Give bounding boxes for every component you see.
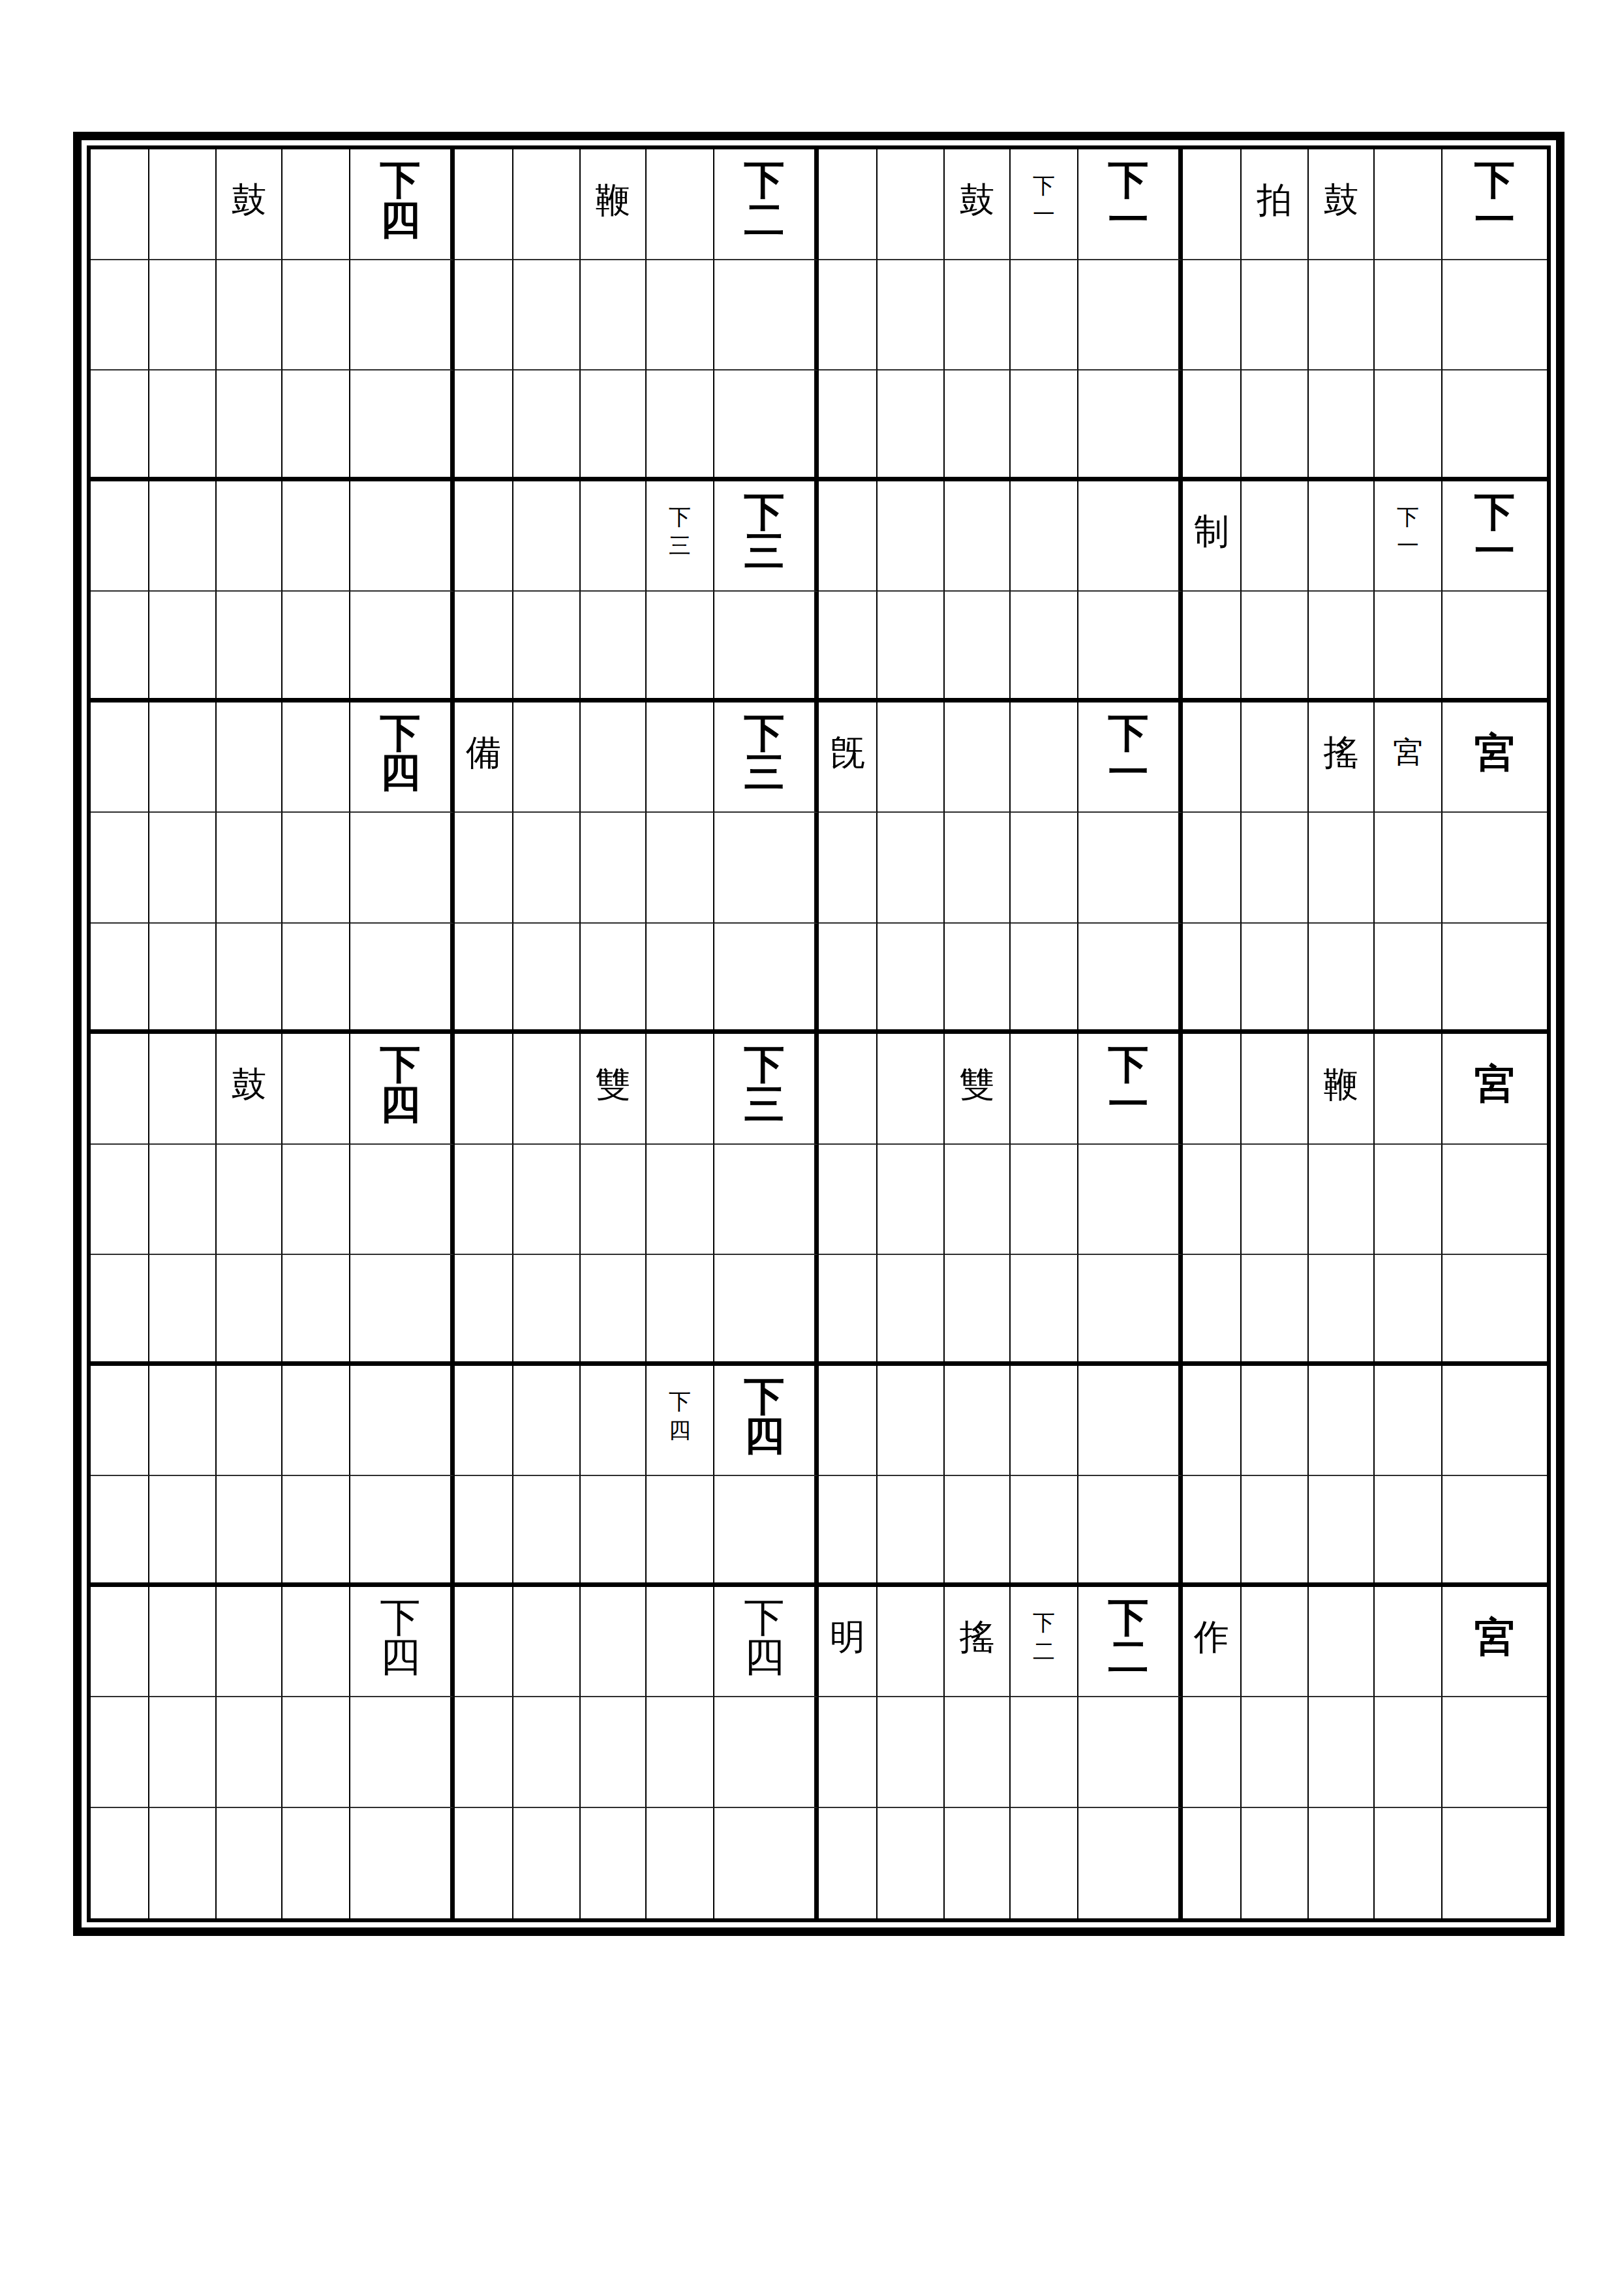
jeonggan-cell-r8-c4-drum xyxy=(1309,924,1375,1035)
jeonggan-cell-r6-c3-pitch: 下一 xyxy=(1078,702,1183,813)
jeonggan-cell-r5-c1-pak xyxy=(149,592,217,702)
jeonggan-cell-r9-c2-pak xyxy=(513,1034,581,1145)
jeonggan-cell-r9-c4-ornament xyxy=(1375,1034,1442,1145)
jeonggan-cell-r15-c1-drum xyxy=(217,1697,282,1808)
jeonggan-cell-r14-c2-pitch: 下四 xyxy=(714,1587,819,1698)
jeonggan-cell-r12-c3-lyric xyxy=(819,1366,878,1477)
jeonggan-cell-r1-c2-pitch: 下二 xyxy=(714,149,819,260)
jeonggan-cell-r11-c3-pak xyxy=(878,1255,945,1366)
pitch-glyph: 下一 xyxy=(1474,492,1515,572)
jeonggan-cell-r10-c4-pak xyxy=(1242,1145,1309,1256)
ornament-glyph: 下一 xyxy=(1033,172,1055,229)
jeonggan-cell-r16-c4-pitch xyxy=(1442,1808,1547,1919)
jeonggan-cell-r11-c3-lyric xyxy=(819,1255,878,1366)
drum-glyph: 鼓 xyxy=(1324,183,1359,218)
jeonggan-cell-r14-c3-drum: 搖 xyxy=(945,1587,1011,1698)
jeonggan-cell-r2-c4-pak xyxy=(1242,260,1309,371)
jeonggan-cell-r1-c4-pitch: 下一 xyxy=(1442,149,1547,260)
jeonggan-cell-r10-c1-drum xyxy=(217,1145,282,1256)
jeonggan-cell-r4-c3-drum xyxy=(945,481,1011,592)
jeonggan-cell-r6-c2-ornament xyxy=(647,702,714,813)
jeonggan-cell-r7-c1-drum xyxy=(217,813,282,924)
jeonggan-cell-r12-c2-drum xyxy=(581,1366,647,1477)
jeonggan-cell-r2-c2-lyric xyxy=(455,260,513,371)
jeonggan-cell-r6-c3-drum xyxy=(945,702,1011,813)
pitch-glyph: 下四 xyxy=(380,160,421,240)
jeonggan-cell-r9-c2-drum: 雙 xyxy=(581,1034,647,1145)
jeonggan-cell-r9-c3-ornament xyxy=(1011,1034,1078,1145)
jeonggan-cell-r4-c3-ornament xyxy=(1011,481,1078,592)
jeonggan-cell-r10-c4-ornament xyxy=(1375,1145,1442,1256)
jeonggan-cell-r7-c3-lyric xyxy=(819,813,878,924)
jeonggan-cell-r15-c4-drum xyxy=(1309,1697,1375,1808)
jeonggan-cell-r14-c1-pitch: 下四 xyxy=(350,1587,455,1698)
jeonggan-cell-r15-c2-pak xyxy=(513,1697,581,1808)
jeonggan-cell-r14-c2-pak xyxy=(513,1587,581,1698)
jeonggan-cell-r16-c2-lyric xyxy=(455,1808,513,1919)
jeonggan-cell-r1-c2-pak xyxy=(513,149,581,260)
jeonggan-cell-r10-c3-pitch xyxy=(1078,1145,1183,1256)
jeonggan-cell-r1-c3-pak xyxy=(878,149,945,260)
jeonggan-cell-r16-c2-pitch xyxy=(714,1808,819,1919)
jeonggan-cell-r15-c4-lyric xyxy=(1183,1697,1242,1808)
jeonggan-cell-r3-c3-ornament xyxy=(1011,370,1078,481)
jeongganbo-grid: 鼓下四鞭下二鼓下一下一拍鼓下一下三下三制下一下一下四備下三旣下一搖宮宮鼓下四雙下… xyxy=(91,149,1547,1918)
jeonggan-cell-r7-c3-drum xyxy=(945,813,1011,924)
jeonggan-cell-r6-c2-pak xyxy=(513,702,581,813)
jeonggan-cell-r15-c3-lyric xyxy=(819,1697,878,1808)
jeonggan-cell-r12-c2-pak xyxy=(513,1366,581,1477)
jeonggan-cell-r9-c1-lyric xyxy=(91,1034,149,1145)
jeonggan-cell-r12-c1-pitch xyxy=(350,1366,455,1477)
jeonggan-cell-r14-c4-pak xyxy=(1242,1587,1309,1698)
jeonggan-cell-r2-c2-pitch xyxy=(714,260,819,371)
jeonggan-cell-r12-c2-lyric xyxy=(455,1366,513,1477)
jeonggan-cell-r4-c1-drum xyxy=(217,481,282,592)
jeonggan-cell-r10-c4-drum xyxy=(1309,1145,1375,1256)
jeonggan-cell-r1-c1-pitch: 下四 xyxy=(350,149,455,260)
jeonggan-cell-r7-c1-pitch xyxy=(350,813,455,924)
jeonggan-cell-r13-c2-drum xyxy=(581,1476,647,1587)
jeonggan-cell-r12-c4-pak xyxy=(1242,1366,1309,1477)
jeonggan-cell-r13-c1-pitch xyxy=(350,1476,455,1587)
jeonggan-cell-r8-c3-pak xyxy=(878,924,945,1035)
jeonggan-cell-r8-c3-ornament xyxy=(1011,924,1078,1035)
jeonggan-cell-r11-c3-ornament xyxy=(1011,1255,1078,1366)
jeonggan-cell-r6-c4-drum: 搖 xyxy=(1309,702,1375,813)
jeonggan-cell-r5-c3-pitch xyxy=(1078,592,1183,702)
jeonggan-cell-r11-c4-pitch xyxy=(1442,1255,1547,1366)
jeonggan-cell-r9-c1-ornament xyxy=(282,1034,350,1145)
jeonggan-cell-r16-c1-ornament xyxy=(282,1808,350,1919)
jeonggan-cell-r2-c4-drum xyxy=(1309,260,1375,371)
jeonggan-cell-r15-c1-pak xyxy=(149,1697,217,1808)
jeonggan-cell-r2-c2-ornament xyxy=(647,260,714,371)
jeonggan-cell-r1-c3-drum: 鼓 xyxy=(945,149,1011,260)
jeonggan-cell-r8-c2-ornament xyxy=(647,924,714,1035)
jeonggan-cell-r3-c1-lyric xyxy=(91,370,149,481)
jeonggan-cell-r16-c1-pak xyxy=(149,1808,217,1919)
jeonggan-cell-r11-c4-ornament xyxy=(1375,1255,1442,1366)
jeonggan-cell-r7-c2-drum xyxy=(581,813,647,924)
jeonggan-cell-r1-c4-pak: 拍 xyxy=(1242,149,1309,260)
jeonggan-cell-r7-c1-pak xyxy=(149,813,217,924)
jeonggan-cell-r14-c1-ornament xyxy=(282,1587,350,1698)
jeonggan-cell-r2-c1-lyric xyxy=(91,260,149,371)
jeonggan-cell-r13-c2-pitch xyxy=(714,1476,819,1587)
jeonggan-cell-r5-c4-pak xyxy=(1242,592,1309,702)
lyric-glyph: 備 xyxy=(466,735,501,770)
jeonggan-cell-r11-c2-pak xyxy=(513,1255,581,1366)
jeonggan-cell-r9-c2-pitch: 下三 xyxy=(714,1034,819,1145)
jeonggan-cell-r16-c4-lyric xyxy=(1183,1808,1242,1919)
jeonggan-cell-r9-c4-pak xyxy=(1242,1034,1309,1145)
jeonggan-cell-r5-c2-pak xyxy=(513,592,581,702)
jeonggan-cell-r10-c4-lyric xyxy=(1183,1145,1242,1256)
jeonggan-cell-r8-c2-drum xyxy=(581,924,647,1035)
jeonggan-cell-r9-c3-drum: 雙 xyxy=(945,1034,1011,1145)
jeonggan-cell-r3-c1-pak xyxy=(149,370,217,481)
jeonggan-cell-r9-c1-drum: 鼓 xyxy=(217,1034,282,1145)
ornament-glyph: 下一 xyxy=(1397,503,1419,560)
lyric-glyph: 明 xyxy=(830,1620,865,1655)
jeonggan-cell-r7-c4-pitch xyxy=(1442,813,1547,924)
jeonggan-cell-r2-c3-pak xyxy=(878,260,945,371)
jeonggan-cell-r2-c2-drum xyxy=(581,260,647,371)
jeonggan-cell-r9-c3-pitch: 下一 xyxy=(1078,1034,1183,1145)
jeonggan-cell-r10-c1-ornament xyxy=(282,1145,350,1256)
jeonggan-cell-r7-c3-pak xyxy=(878,813,945,924)
jeonggan-cell-r11-c3-pitch xyxy=(1078,1255,1183,1366)
jeonggan-cell-r16-c3-lyric xyxy=(819,1808,878,1919)
jeonggan-cell-r4-c4-lyric: 制 xyxy=(1183,481,1242,592)
jeonggan-cell-r15-c4-pitch xyxy=(1442,1697,1547,1808)
jeonggan-cell-r1-c4-drum: 鼓 xyxy=(1309,149,1375,260)
jeonggan-cell-r14-c1-pak xyxy=(149,1587,217,1698)
jeonggan-cell-r13-c3-drum xyxy=(945,1476,1011,1587)
jeonggan-cell-r3-c3-drum xyxy=(945,370,1011,481)
jeonggan-cell-r11-c1-drum xyxy=(217,1255,282,1366)
jeonggan-cell-r13-c1-ornament xyxy=(282,1476,350,1587)
jeonggan-cell-r5-c3-pak xyxy=(878,592,945,702)
pitch-glyph: 下一 xyxy=(1108,1045,1149,1125)
jeonggan-cell-r4-c1-pitch xyxy=(350,481,455,592)
jeonggan-cell-r11-c2-lyric xyxy=(455,1255,513,1366)
jeonggan-cell-r9-c2-ornament xyxy=(647,1034,714,1145)
jeonggan-cell-r6-c4-pak xyxy=(1242,702,1309,813)
drum-glyph: 鞭 xyxy=(1324,1067,1359,1102)
jeonggan-cell-r15-c1-pitch xyxy=(350,1697,455,1808)
jeonggan-cell-r5-c4-ornament xyxy=(1375,592,1442,702)
jeonggan-cell-r11-c1-ornament xyxy=(282,1255,350,1366)
jeonggan-cell-r5-c4-lyric xyxy=(1183,592,1242,702)
jeonggan-cell-r16-c2-drum xyxy=(581,1808,647,1919)
drum-glyph: 鞭 xyxy=(596,183,631,218)
jeonggan-cell-r7-c4-drum xyxy=(1309,813,1375,924)
jeonggan-cell-r4-c4-drum xyxy=(1309,481,1375,592)
jeonggan-cell-r9-c1-pak xyxy=(149,1034,217,1145)
jeonggan-cell-r8-c3-drum xyxy=(945,924,1011,1035)
jeonggan-cell-r3-c3-pitch xyxy=(1078,370,1183,481)
pitch-glyph: 下四 xyxy=(380,1598,421,1678)
jeonggan-cell-r8-c1-ornament xyxy=(282,924,350,1035)
jeonggan-cell-r12-c1-lyric xyxy=(91,1366,149,1477)
drum-glyph: 搖 xyxy=(1324,735,1359,770)
lyric-glyph: 旣 xyxy=(830,735,865,770)
jeonggan-cell-r14-c4-ornament xyxy=(1375,1587,1442,1698)
jeonggan-cell-r3-c2-pitch xyxy=(714,370,819,481)
drum-glyph: 雙 xyxy=(596,1067,631,1102)
jeonggan-cell-r4-c2-drum xyxy=(581,481,647,592)
jeonggan-cell-r13-c3-pak xyxy=(878,1476,945,1587)
jeonggan-cell-r13-c2-pak xyxy=(513,1476,581,1587)
pitch-glyph: 下二 xyxy=(744,160,785,240)
jeonggan-cell-r1-c3-ornament: 下一 xyxy=(1011,149,1078,260)
jeonggan-cell-r15-c4-ornament xyxy=(1375,1697,1442,1808)
jeonggan-cell-r12-c1-ornament xyxy=(282,1366,350,1477)
jeonggan-cell-r10-c2-drum xyxy=(581,1145,647,1256)
jeonggan-cell-r6-c3-ornament xyxy=(1011,702,1078,813)
jeonggan-cell-r6-c1-pak xyxy=(149,702,217,813)
pitch-glyph: 下四 xyxy=(744,1377,785,1457)
jeonggan-cell-r9-c3-lyric xyxy=(819,1034,878,1145)
jeonggan-cell-r13-c3-pitch xyxy=(1078,1476,1183,1587)
jeonggan-cell-r4-c4-pak xyxy=(1242,481,1309,592)
drum-glyph: 鼓 xyxy=(232,183,267,218)
jeonggan-cell-r14-c3-pak xyxy=(878,1587,945,1698)
jeonggan-cell-r4-c4-ornament: 下一 xyxy=(1375,481,1442,592)
jeonggan-cell-r3-c1-drum xyxy=(217,370,282,481)
jeonggan-cell-r16-c3-ornament xyxy=(1011,1808,1078,1919)
jeonggan-cell-r4-c2-pitch: 下三 xyxy=(714,481,819,592)
jeonggan-cell-r14-c2-lyric xyxy=(455,1587,513,1698)
jeonggan-cell-r14-c2-drum xyxy=(581,1587,647,1698)
jeonggan-cell-r7-c4-pak xyxy=(1242,813,1309,924)
drum-glyph: 鼓 xyxy=(232,1067,267,1102)
jeonggan-cell-r10-c4-pitch xyxy=(1442,1145,1547,1256)
jeonggan-cell-r16-c3-pitch xyxy=(1078,1808,1183,1919)
jeonggan-cell-r4-c3-pak xyxy=(878,481,945,592)
jeonggan-cell-r1-c1-pak xyxy=(149,149,217,260)
jeonggan-cell-r9-c1-pitch: 下四 xyxy=(350,1034,455,1145)
jeonggan-cell-r6-c3-lyric: 旣 xyxy=(819,702,878,813)
jeonggan-cell-r8-c1-drum xyxy=(217,924,282,1035)
jeonggan-cell-r16-c4-pak xyxy=(1242,1808,1309,1919)
jeonggan-cell-r3-c4-drum xyxy=(1309,370,1375,481)
jeonggan-cell-r10-c1-pitch xyxy=(350,1145,455,1256)
jeonggan-cell-r12-c3-pak xyxy=(878,1366,945,1477)
jeonggan-cell-r14-c3-lyric: 明 xyxy=(819,1587,878,1698)
jeonggan-cell-r12-c3-pitch xyxy=(1078,1366,1183,1477)
jeonggan-cell-r7-c2-pak xyxy=(513,813,581,924)
jeonggan-cell-r1-c1-ornament xyxy=(282,149,350,260)
jeonggan-cell-r7-c4-ornament xyxy=(1375,813,1442,924)
jeonggan-cell-r6-c1-drum xyxy=(217,702,282,813)
jeonggan-cell-r6-c4-pitch: 宮 xyxy=(1442,702,1547,813)
jeonggan-cell-r14-c1-drum xyxy=(217,1587,282,1698)
jeonggan-cell-r4-c1-lyric xyxy=(91,481,149,592)
jeonggan-cell-r1-c4-lyric xyxy=(1183,149,1242,260)
jeonggan-cell-r9-c2-lyric xyxy=(455,1034,513,1145)
jeonggan-cell-r12-c4-ornament xyxy=(1375,1366,1442,1477)
jeonggan-cell-r6-c4-ornament: 宮 xyxy=(1375,702,1442,813)
jeonggan-cell-r16-c4-drum xyxy=(1309,1808,1375,1919)
score-outer-frame: 鼓下四鞭下二鼓下一下一拍鼓下一下三下三制下一下一下四備下三旣下一搖宮宮鼓下四雙下… xyxy=(73,132,1565,1936)
jeonggan-cell-r16-c3-drum xyxy=(945,1808,1011,1919)
jeonggan-cell-r1-c2-lyric xyxy=(455,149,513,260)
jeonggan-cell-r5-c1-lyric xyxy=(91,592,149,702)
jeonggan-cell-r8-c3-pitch xyxy=(1078,924,1183,1035)
jeonggan-cell-r4-c2-ornament: 下三 xyxy=(647,481,714,592)
jeonggan-cell-r10-c2-lyric xyxy=(455,1145,513,1256)
jeonggan-cell-r7-c3-ornament xyxy=(1011,813,1078,924)
jeonggan-cell-r7-c1-lyric xyxy=(91,813,149,924)
jeonggan-cell-r2-c1-pitch xyxy=(350,260,455,371)
jeonggan-cell-r4-c3-pitch xyxy=(1078,481,1183,592)
jeonggan-cell-r5-c1-drum xyxy=(217,592,282,702)
jeonggan-cell-r11-c2-pitch xyxy=(714,1255,819,1366)
jeonggan-cell-r9-c4-lyric xyxy=(1183,1034,1242,1145)
jeonggan-cell-r4-c1-pak xyxy=(149,481,217,592)
drum-glyph: 搖 xyxy=(960,1620,995,1655)
jeonggan-cell-r3-c1-pitch xyxy=(350,370,455,481)
jeonggan-cell-r8-c2-pitch xyxy=(714,924,819,1035)
jeonggan-cell-r3-c4-pitch xyxy=(1442,370,1547,481)
jeonggan-cell-r8-c1-pitch xyxy=(350,924,455,1035)
jeonggan-cell-r12-c4-lyric xyxy=(1183,1366,1242,1477)
jeonggan-cell-r15-c3-pak xyxy=(878,1697,945,1808)
jeonggan-cell-r13-c4-pak xyxy=(1242,1476,1309,1587)
jeonggan-cell-r13-c2-lyric xyxy=(455,1476,513,1587)
jeonggan-cell-r5-c4-pitch xyxy=(1442,592,1547,702)
jeonggan-cell-r13-c1-pak xyxy=(149,1476,217,1587)
jeonggan-cell-r12-c1-drum xyxy=(217,1366,282,1477)
pitch-glyph: 下一 xyxy=(1474,160,1515,240)
score-inner-frame: 鼓下四鞭下二鼓下一下一拍鼓下一下三下三制下一下一下四備下三旣下一搖宮宮鼓下四雙下… xyxy=(87,145,1551,1922)
jeonggan-cell-r8-c4-pak xyxy=(1242,924,1309,1035)
pitch-glyph: 下四 xyxy=(380,1045,421,1125)
jeonggan-cell-r8-c3-lyric xyxy=(819,924,878,1035)
jeonggan-cell-r8-c2-lyric xyxy=(455,924,513,1035)
lyric-glyph: 制 xyxy=(1194,514,1229,549)
jeonggan-cell-r4-c3-lyric xyxy=(819,481,878,592)
jeonggan-cell-r8-c4-pitch xyxy=(1442,924,1547,1035)
jeonggan-cell-r3-c3-pak xyxy=(878,370,945,481)
jeonggan-cell-r14-c2-ornament xyxy=(647,1587,714,1698)
jeonggan-cell-r5-c3-drum xyxy=(945,592,1011,702)
jeonggan-cell-r15-c3-ornament xyxy=(1011,1697,1078,1808)
pak-glyph: 拍 xyxy=(1257,183,1292,218)
jeonggan-cell-r2-c3-lyric xyxy=(819,260,878,371)
jeonggan-cell-r15-c2-ornament xyxy=(647,1697,714,1808)
jeonggan-cell-r15-c3-drum xyxy=(945,1697,1011,1808)
jeonggan-cell-r7-c1-ornament xyxy=(282,813,350,924)
jeonggan-cell-r2-c3-pitch xyxy=(1078,260,1183,371)
jeonggan-cell-r3-c2-pak xyxy=(513,370,581,481)
jeonggan-cell-r10-c1-lyric xyxy=(91,1145,149,1256)
jeonggan-cell-r13-c1-drum xyxy=(217,1476,282,1587)
jeonggan-cell-r16-c4-ornament xyxy=(1375,1808,1442,1919)
jeonggan-cell-r7-c3-pitch xyxy=(1078,813,1183,924)
jeonggan-cell-r2-c4-pitch xyxy=(1442,260,1547,371)
jeonggan-cell-r14-c1-lyric xyxy=(91,1587,149,1698)
jeonggan-cell-r4-c1-ornament xyxy=(282,481,350,592)
pitch-glyph: 下三 xyxy=(744,1045,785,1125)
pitch-glyph: 下三 xyxy=(744,714,785,793)
jeonggan-cell-r4-c2-pak xyxy=(513,481,581,592)
jeonggan-cell-r15-c3-pitch xyxy=(1078,1697,1183,1808)
jeonggan-cell-r15-c1-ornament xyxy=(282,1697,350,1808)
jeonggan-cell-r9-c4-pitch: 宮 xyxy=(1442,1034,1547,1145)
jeonggan-cell-r12-c4-drum xyxy=(1309,1366,1375,1477)
jeonggan-cell-r11-c1-lyric xyxy=(91,1255,149,1366)
jeonggan-cell-r14-c4-lyric: 作 xyxy=(1183,1587,1242,1698)
jeonggan-cell-r8-c1-pak xyxy=(149,924,217,1035)
jeonggan-cell-r13-c1-lyric xyxy=(91,1476,149,1587)
jeonggan-cell-r6-c2-drum xyxy=(581,702,647,813)
jeonggan-cell-r10-c2-ornament xyxy=(647,1145,714,1256)
pitch-glyph: 下四 xyxy=(380,714,421,793)
jeonggan-cell-r3-c4-pak xyxy=(1242,370,1309,481)
jeonggan-cell-r6-c1-pitch: 下四 xyxy=(350,702,455,813)
jeonggan-cell-r2-c1-ornament xyxy=(282,260,350,371)
jeonggan-cell-r14-c4-drum xyxy=(1309,1587,1375,1698)
jeonggan-cell-r10-c2-pak xyxy=(513,1145,581,1256)
jeonggan-cell-r1-c3-pitch: 下一 xyxy=(1078,149,1183,260)
jeonggan-cell-r16-c1-drum xyxy=(217,1808,282,1919)
pitch-glyph: 宮 xyxy=(1474,1618,1515,1657)
pitch-glyph: 下一 xyxy=(1108,714,1149,793)
jeonggan-cell-r6-c4-lyric xyxy=(1183,702,1242,813)
jeonggan-cell-r2-c3-ornament xyxy=(1011,260,1078,371)
jeonggan-cell-r14-c4-pitch: 宮 xyxy=(1442,1587,1547,1698)
jeonggan-cell-r11-c3-drum xyxy=(945,1255,1011,1366)
jeonggan-cell-r2-c1-pak xyxy=(149,260,217,371)
jeonggan-cell-r2-c3-drum xyxy=(945,260,1011,371)
jeonggan-cell-r2-c1-drum xyxy=(217,260,282,371)
jeonggan-cell-r15-c2-pitch xyxy=(714,1697,819,1808)
jeonggan-cell-r13-c4-lyric xyxy=(1183,1476,1242,1587)
jeonggan-cell-r1-c2-drum: 鞭 xyxy=(581,149,647,260)
jeonggan-cell-r5-c4-drum xyxy=(1309,592,1375,702)
jeonggan-cell-r12-c3-ornament xyxy=(1011,1366,1078,1477)
jeonggan-cell-r4-c4-pitch: 下一 xyxy=(1442,481,1547,592)
jeonggan-cell-r11-c4-lyric xyxy=(1183,1255,1242,1366)
jeonggan-cell-r5-c3-ornament xyxy=(1011,592,1078,702)
jeonggan-cell-r6-c3-pak xyxy=(878,702,945,813)
jeonggan-cell-r16-c1-lyric xyxy=(91,1808,149,1919)
jeonggan-cell-r11-c2-drum xyxy=(581,1255,647,1366)
jeonggan-cell-r1-c4-ornament xyxy=(1375,149,1442,260)
jeonggan-cell-r9-c3-pak xyxy=(878,1034,945,1145)
jeonggan-cell-r5-c2-pitch xyxy=(714,592,819,702)
jeonggan-cell-r3-c2-ornament xyxy=(647,370,714,481)
jeonggan-cell-r1-c2-ornament xyxy=(647,149,714,260)
jeonggan-cell-r5-c2-lyric xyxy=(455,592,513,702)
pitch-glyph: 宮 xyxy=(1474,733,1515,773)
lyric-glyph: 作 xyxy=(1194,1620,1229,1655)
jeonggan-cell-r16-c3-pak xyxy=(878,1808,945,1919)
jeonggan-cell-r7-c4-lyric xyxy=(1183,813,1242,924)
jeonggan-cell-r3-c2-drum xyxy=(581,370,647,481)
jeonggan-cell-r10-c1-pak xyxy=(149,1145,217,1256)
jeonggan-cell-r2-c4-lyric xyxy=(1183,260,1242,371)
jeonggan-cell-r5-c1-ornament xyxy=(282,592,350,702)
jeonggan-cell-r7-c2-lyric xyxy=(455,813,513,924)
jeonggan-cell-r13-c3-ornament xyxy=(1011,1476,1078,1587)
jeonggan-cell-r13-c2-ornament xyxy=(647,1476,714,1587)
jeonggan-cell-r12-c1-pak xyxy=(149,1366,217,1477)
